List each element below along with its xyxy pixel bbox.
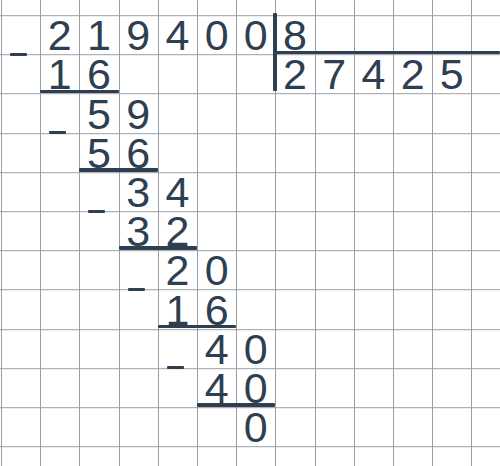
digit-cell: 3 bbox=[119, 172, 158, 211]
squared-paper: 2194008162742559563432201640400 bbox=[0, 0, 500, 466]
digit-cell: 9 bbox=[119, 94, 158, 133]
digit-cell: 4 bbox=[197, 329, 236, 368]
division-board: 2194008162742559563432201640400 bbox=[0, 0, 500, 466]
digit-cell: 0 bbox=[236, 15, 275, 54]
digit-cell: 4 bbox=[354, 54, 393, 93]
minus-sign bbox=[128, 288, 145, 291]
digit-cell: 5 bbox=[79, 133, 118, 172]
digit-cell: 4 bbox=[158, 172, 197, 211]
digit-cell: 0 bbox=[236, 329, 275, 368]
digit-cell: 8 bbox=[275, 15, 314, 54]
digit-cell: 2 bbox=[393, 54, 432, 93]
digit-cell: 6 bbox=[197, 290, 236, 329]
subtraction-underline bbox=[79, 168, 157, 172]
digit-cell: 1 bbox=[79, 15, 118, 54]
minus-sign bbox=[167, 366, 184, 369]
digit-cell: 0 bbox=[197, 15, 236, 54]
digit-cell: 0 bbox=[197, 250, 236, 289]
digit-cell: 1 bbox=[40, 54, 79, 93]
subtraction-underline bbox=[158, 325, 236, 329]
division-bracket-horizontal bbox=[273, 51, 500, 55]
digit-cell: 6 bbox=[119, 133, 158, 172]
digit-cell: 2 bbox=[40, 15, 79, 54]
digit-cell: 6 bbox=[79, 54, 118, 93]
digit-cell: 2 bbox=[275, 54, 314, 93]
digit-cell: 0 bbox=[236, 368, 275, 407]
digit-cell: 4 bbox=[197, 368, 236, 407]
digit-cell: 2 bbox=[158, 250, 197, 289]
subtraction-underline bbox=[119, 246, 197, 250]
digit-cell: 2 bbox=[158, 211, 197, 250]
minus-sign bbox=[49, 131, 66, 134]
digit-cell: 4 bbox=[158, 15, 197, 54]
digit-cell: 1 bbox=[158, 290, 197, 329]
digit-cell: 5 bbox=[79, 94, 118, 133]
subtraction-underline bbox=[197, 403, 275, 407]
subtraction-underline bbox=[40, 90, 118, 94]
digit-cell: 0 bbox=[236, 407, 275, 446]
digit-cell: 5 bbox=[432, 54, 471, 93]
digit-cell: 7 bbox=[315, 54, 354, 93]
digit-cell: 3 bbox=[119, 211, 158, 250]
minus-sign bbox=[88, 210, 105, 213]
digit-cell: 9 bbox=[119, 15, 158, 54]
minus-sign bbox=[10, 53, 27, 56]
